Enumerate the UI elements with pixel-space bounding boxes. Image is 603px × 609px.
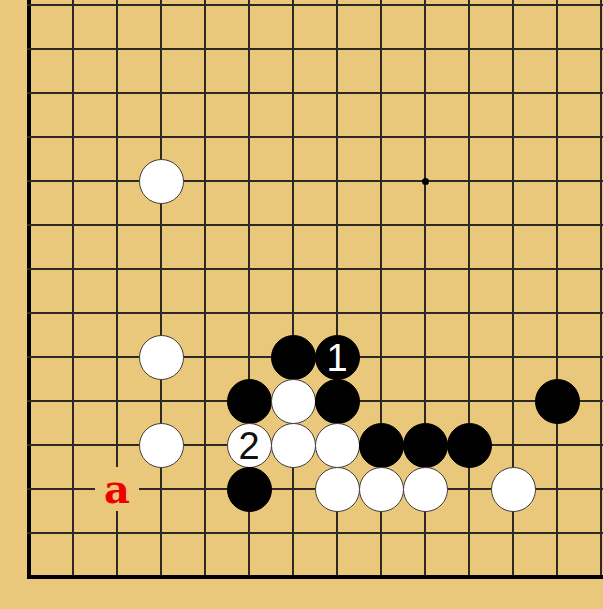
- white-stone: [139, 159, 184, 204]
- grid-line-horizontal: [27, 224, 603, 226]
- black-stone: [227, 379, 272, 424]
- grid-line-horizontal: [27, 92, 603, 94]
- grid-line-horizontal: [27, 136, 603, 138]
- white-stone: [491, 467, 536, 512]
- grid-line-vertical: [468, 0, 470, 579]
- grid-line-horizontal: [27, 4, 603, 6]
- white-stone: [139, 423, 184, 468]
- point-label-a: a: [95, 467, 139, 511]
- black-stone-move-1: 1: [315, 335, 360, 380]
- grid-line-vertical: [72, 0, 74, 579]
- black-stone: [227, 467, 272, 512]
- black-stone: [447, 423, 492, 468]
- white-stone: [271, 423, 316, 468]
- white-stone-move-2: 2: [227, 423, 272, 468]
- grid-line-vertical: [160, 0, 162, 579]
- white-stone: [271, 379, 316, 424]
- grid-line-vertical: [556, 0, 558, 579]
- grid-line-vertical: [204, 0, 206, 579]
- go-board[interactable]: a12: [0, 0, 603, 609]
- point-label-text: a: [104, 469, 130, 509]
- move-number-label: 1: [326, 338, 347, 377]
- grid-line-horizontal: [27, 268, 603, 270]
- grid-line-horizontal: [27, 532, 603, 534]
- grid-line-vertical: [292, 0, 294, 579]
- black-stone: [403, 423, 448, 468]
- grid-line-horizontal: [27, 180, 603, 182]
- white-stone: [359, 467, 404, 512]
- black-stone: [271, 335, 316, 380]
- white-stone: [315, 467, 360, 512]
- black-stone: [315, 379, 360, 424]
- board-edge-bottom: [27, 575, 603, 579]
- move-number-label: 2: [238, 426, 259, 465]
- board-edge-left: [27, 0, 31, 579]
- white-stone: [139, 335, 184, 380]
- white-stone: [315, 423, 360, 468]
- grid-line-vertical: [600, 0, 602, 579]
- grid-line-horizontal: [27, 312, 603, 314]
- black-stone: [535, 379, 580, 424]
- star-point: [422, 178, 429, 185]
- black-stone: [359, 423, 404, 468]
- grid-line-horizontal: [27, 48, 603, 50]
- white-stone: [403, 467, 448, 512]
